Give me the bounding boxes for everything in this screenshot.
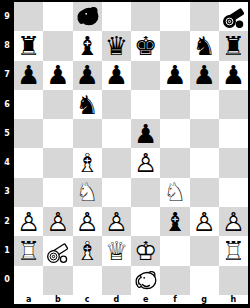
white-king-piece: ♚♔ xyxy=(131,236,160,265)
board-area: 9876543210 ♜♝♛♚♞♜♟♟♟♟♟♟♟♞♟♝♗♟♙♞♘♞♘♟♙♟♙♟♙… xyxy=(0,2,248,295)
square-b1[interactable] xyxy=(43,236,72,265)
white-rook-piece: ♜♖ xyxy=(14,236,43,265)
white-pawn-piece: ♟♙ xyxy=(102,207,131,236)
square-e7[interactable] xyxy=(131,61,160,90)
square-g7[interactable]: ♟ xyxy=(190,61,219,90)
square-h6[interactable] xyxy=(219,90,248,119)
white-pawn-piece: ♟♙ xyxy=(219,207,248,236)
board-grid: ♜♝♛♚♞♜♟♟♟♟♟♟♟♞♟♝♗♟♙♞♘♞♘♟♙♟♙♟♙♟♙♝♟♙♟♙♜♖♝♗… xyxy=(14,2,248,295)
square-h0[interactable] xyxy=(219,266,248,295)
rank-label-7: 7 xyxy=(0,61,14,90)
square-h8[interactable]: ♜ xyxy=(219,31,248,60)
square-a5[interactable] xyxy=(14,119,43,148)
black-cannon-piece xyxy=(219,2,248,31)
square-d0[interactable] xyxy=(102,266,131,295)
file-label-b: b xyxy=(43,295,72,304)
rank-label-5: 5 xyxy=(0,119,14,148)
square-e1[interactable]: ♚♔ xyxy=(131,236,160,265)
white-pawn-piece: ♟♙ xyxy=(131,148,160,177)
black-queen-piece: ♛ xyxy=(102,31,131,60)
square-c6[interactable]: ♞ xyxy=(73,90,102,119)
square-h5[interactable] xyxy=(219,119,248,148)
square-g4[interactable] xyxy=(190,148,219,177)
square-e5[interactable]: ♟ xyxy=(131,119,160,148)
square-f9[interactable] xyxy=(160,2,189,31)
square-a2[interactable]: ♟♙ xyxy=(14,207,43,236)
square-b2[interactable]: ♟♙ xyxy=(43,207,72,236)
square-g1[interactable] xyxy=(190,236,219,265)
square-c5[interactable] xyxy=(73,119,102,148)
rank-label-1: 1 xyxy=(0,236,14,265)
square-d1[interactable]: ♛♕ xyxy=(102,236,131,265)
square-h1[interactable]: ♜♖ xyxy=(219,236,248,265)
square-f2[interactable]: ♝ xyxy=(160,207,189,236)
file-label-f: f xyxy=(160,295,189,304)
rank-label-2: 2 xyxy=(0,207,14,236)
square-c3[interactable]: ♞♘ xyxy=(73,178,102,207)
square-g3[interactable] xyxy=(190,178,219,207)
square-h9[interactable] xyxy=(219,2,248,31)
square-c8[interactable]: ♝ xyxy=(73,31,102,60)
black-elephant-piece xyxy=(73,2,102,31)
file-label-e: e xyxy=(131,295,160,304)
square-h7[interactable]: ♟ xyxy=(219,61,248,90)
white-rook-piece: ♜♖ xyxy=(219,236,248,265)
square-h2[interactable]: ♟♙ xyxy=(219,207,248,236)
square-c0[interactable] xyxy=(73,266,102,295)
square-b4[interactable] xyxy=(43,148,72,177)
square-b5[interactable] xyxy=(43,119,72,148)
square-g8[interactable]: ♞ xyxy=(190,31,219,60)
white-bishop-piece: ♝♗ xyxy=(73,148,102,177)
black-king-piece: ♚ xyxy=(131,31,160,60)
white-cannon-piece xyxy=(43,236,72,265)
white-pawn-piece: ♟♙ xyxy=(43,207,72,236)
black-bishop-piece: ♝ xyxy=(73,31,102,60)
black-rook-piece: ♜ xyxy=(219,31,248,60)
rank-label-3: 3 xyxy=(0,178,14,207)
white-knight-piece: ♞♘ xyxy=(160,178,189,207)
black-pawn-piece: ♟ xyxy=(43,61,72,90)
file-label-d: d xyxy=(102,295,131,304)
black-bishop-piece: ♝ xyxy=(160,207,189,236)
square-g0[interactable] xyxy=(190,266,219,295)
square-d2[interactable]: ♟♙ xyxy=(102,207,131,236)
square-a4[interactable] xyxy=(14,148,43,177)
white-queen-piece: ♛♕ xyxy=(102,236,131,265)
square-f7[interactable]: ♟ xyxy=(160,61,189,90)
square-g6[interactable] xyxy=(190,90,219,119)
square-a8[interactable]: ♜ xyxy=(14,31,43,60)
square-e8[interactable]: ♚ xyxy=(131,31,160,60)
rank-label-9: 9 xyxy=(0,2,14,31)
square-a3[interactable] xyxy=(14,178,43,207)
black-knight-piece: ♞ xyxy=(190,31,219,60)
rank-labels-column: 9876543210 xyxy=(0,2,14,295)
square-f1[interactable] xyxy=(160,236,189,265)
black-knight-piece: ♞ xyxy=(73,90,102,119)
black-pawn-piece: ♟ xyxy=(160,61,189,90)
square-a7[interactable]: ♟ xyxy=(14,61,43,90)
square-e0[interactable] xyxy=(131,266,160,295)
square-d5[interactable] xyxy=(102,119,131,148)
black-pawn-piece: ♟ xyxy=(14,61,43,90)
square-d6[interactable] xyxy=(102,90,131,119)
rank-label-4: 4 xyxy=(0,148,14,177)
square-b8[interactable] xyxy=(43,31,72,60)
file-label-c: c xyxy=(73,295,102,304)
square-d9[interactable] xyxy=(102,2,131,31)
rank-label-6: 6 xyxy=(0,90,14,119)
file-labels-row: abcdefgh xyxy=(14,295,248,304)
square-c4[interactable]: ♝♗ xyxy=(73,148,102,177)
square-f3[interactable]: ♞♘ xyxy=(160,178,189,207)
white-pawn-piece: ♟♙ xyxy=(14,207,43,236)
square-c2[interactable]: ♟♙ xyxy=(73,207,102,236)
file-label-a: a xyxy=(14,295,43,304)
square-d8[interactable]: ♛ xyxy=(102,31,131,60)
square-e9[interactable] xyxy=(131,2,160,31)
square-a9[interactable] xyxy=(14,2,43,31)
square-a6[interactable] xyxy=(14,90,43,119)
black-rook-piece: ♜ xyxy=(14,31,43,60)
square-f0[interactable] xyxy=(160,266,189,295)
square-d4[interactable] xyxy=(102,148,131,177)
square-b6[interactable] xyxy=(43,90,72,119)
square-f8[interactable] xyxy=(160,31,189,60)
white-elephant-piece xyxy=(131,266,160,295)
square-h3[interactable] xyxy=(219,178,248,207)
black-pawn-piece: ♟ xyxy=(190,61,219,90)
square-g5[interactable] xyxy=(190,119,219,148)
square-g2[interactable]: ♟♙ xyxy=(190,207,219,236)
square-b9[interactable] xyxy=(43,2,72,31)
rank-label-0: 0 xyxy=(0,266,14,295)
black-pawn-piece: ♟ xyxy=(131,119,160,148)
square-b0[interactable] xyxy=(43,266,72,295)
square-d3[interactable] xyxy=(102,178,131,207)
square-c1[interactable]: ♝♗ xyxy=(73,236,102,265)
square-b3[interactable] xyxy=(43,178,72,207)
board-frame: 9876543210 ♜♝♛♚♞♜♟♟♟♟♟♟♟♞♟♝♗♟♙♞♘♞♘♟♙♟♙♟♙… xyxy=(0,0,250,308)
square-f5[interactable] xyxy=(160,119,189,148)
file-label-h: h xyxy=(219,295,248,304)
square-a0[interactable] xyxy=(14,266,43,295)
square-f4[interactable] xyxy=(160,148,189,177)
square-c9[interactable] xyxy=(73,2,102,31)
square-a1[interactable]: ♜♖ xyxy=(14,236,43,265)
white-pawn-piece: ♟♙ xyxy=(190,207,219,236)
square-b7[interactable]: ♟ xyxy=(43,61,72,90)
square-f6[interactable] xyxy=(160,90,189,119)
square-e4[interactable]: ♟♙ xyxy=(131,148,160,177)
rank-label-8: 8 xyxy=(0,31,14,60)
white-bishop-piece: ♝♗ xyxy=(73,236,102,265)
square-d7[interactable]: ♟ xyxy=(102,61,131,90)
file-label-g: g xyxy=(190,295,219,304)
square-e3[interactable] xyxy=(131,178,160,207)
black-pawn-piece: ♟ xyxy=(73,61,102,90)
square-h4[interactable] xyxy=(219,148,248,177)
black-pawn-piece: ♟ xyxy=(219,61,248,90)
square-e6[interactable] xyxy=(131,90,160,119)
black-pawn-piece: ♟ xyxy=(102,61,131,90)
white-knight-piece: ♞♘ xyxy=(73,178,102,207)
square-c7[interactable]: ♟ xyxy=(73,61,102,90)
square-g9[interactable] xyxy=(190,2,219,31)
white-pawn-piece: ♟♙ xyxy=(73,207,102,236)
square-e2[interactable] xyxy=(131,207,160,236)
